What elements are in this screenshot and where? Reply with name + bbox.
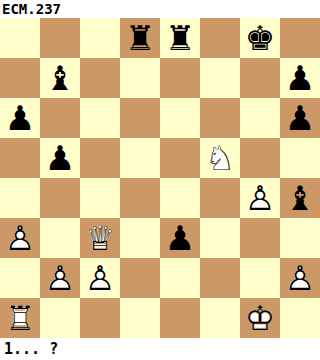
piece-black-bishop[interactable]: ♝ xyxy=(40,58,80,98)
square-c4[interactable] xyxy=(80,178,120,218)
square-d1[interactable] xyxy=(120,298,160,338)
square-h6[interactable]: ♟ xyxy=(280,98,320,138)
piece-white-pawn[interactable]: ♟♙ xyxy=(240,178,280,218)
piece-black-king[interactable]: ♚ xyxy=(240,18,280,58)
square-b7[interactable]: ♝ xyxy=(40,58,80,98)
square-a2[interactable] xyxy=(0,258,40,298)
piece-white-pawn[interactable]: ♟♙ xyxy=(0,218,40,258)
square-a6[interactable]: ♟ xyxy=(0,98,40,138)
square-d7[interactable] xyxy=(120,58,160,98)
piece-white-queen[interactable]: ♛♕ xyxy=(80,218,120,258)
piece-white-pawn[interactable]: ♟♙ xyxy=(280,258,320,298)
square-a1[interactable]: ♜♖ xyxy=(0,298,40,338)
square-f8[interactable] xyxy=(200,18,240,58)
piece-black-pawn[interactable]: ♟ xyxy=(40,138,80,178)
diagram-title: ECM.237 xyxy=(0,0,320,18)
square-e5[interactable] xyxy=(160,138,200,178)
square-d5[interactable] xyxy=(120,138,160,178)
square-b5[interactable]: ♟ xyxy=(40,138,80,178)
piece-black-rook[interactable]: ♜ xyxy=(160,18,200,58)
square-g5[interactable] xyxy=(240,138,280,178)
piece-black-rook[interactable]: ♜ xyxy=(120,18,160,58)
piece-black-pawn[interactable]: ♟ xyxy=(160,218,200,258)
piece-white-pawn[interactable]: ♟♙ xyxy=(80,258,120,298)
square-g1[interactable]: ♚♔ xyxy=(240,298,280,338)
square-d3[interactable] xyxy=(120,218,160,258)
square-c5[interactable] xyxy=(80,138,120,178)
piece-white-knight[interactable]: ♞♘ xyxy=(200,138,240,178)
square-b6[interactable] xyxy=(40,98,80,138)
square-b1[interactable] xyxy=(40,298,80,338)
square-d4[interactable] xyxy=(120,178,160,218)
square-f1[interactable] xyxy=(200,298,240,338)
square-e1[interactable] xyxy=(160,298,200,338)
square-g6[interactable] xyxy=(240,98,280,138)
piece-black-pawn[interactable]: ♟ xyxy=(280,58,320,98)
square-h8[interactable] xyxy=(280,18,320,58)
square-h7[interactable]: ♟ xyxy=(280,58,320,98)
square-h4[interactable]: ♝ xyxy=(280,178,320,218)
square-g4[interactable]: ♟♙ xyxy=(240,178,280,218)
square-e6[interactable] xyxy=(160,98,200,138)
piece-white-rook[interactable]: ♜♖ xyxy=(0,298,40,338)
square-f3[interactable] xyxy=(200,218,240,258)
square-a8[interactable] xyxy=(0,18,40,58)
square-c6[interactable] xyxy=(80,98,120,138)
move-prompt: 1... ? xyxy=(0,338,320,360)
piece-white-king[interactable]: ♚♔ xyxy=(240,298,280,338)
square-a3[interactable]: ♟♙ xyxy=(0,218,40,258)
piece-black-pawn[interactable]: ♟ xyxy=(0,98,40,138)
square-a5[interactable] xyxy=(0,138,40,178)
piece-black-bishop[interactable]: ♝ xyxy=(280,178,320,218)
square-b4[interactable] xyxy=(40,178,80,218)
square-g7[interactable] xyxy=(240,58,280,98)
square-c8[interactable] xyxy=(80,18,120,58)
square-h2[interactable]: ♟♙ xyxy=(280,258,320,298)
square-c1[interactable] xyxy=(80,298,120,338)
square-h5[interactable] xyxy=(280,138,320,178)
square-e8[interactable]: ♜ xyxy=(160,18,200,58)
square-h1[interactable] xyxy=(280,298,320,338)
chess-board: ♜♜♚♝♟♟♟♟♞♘♟♙♝♟♙♛♕♟♟♙♟♙♟♙♜♖♚♔ xyxy=(0,18,320,338)
square-e3[interactable]: ♟ xyxy=(160,218,200,258)
square-d8[interactable]: ♜ xyxy=(120,18,160,58)
square-e2[interactable] xyxy=(160,258,200,298)
square-f2[interactable] xyxy=(200,258,240,298)
square-f4[interactable] xyxy=(200,178,240,218)
square-b8[interactable] xyxy=(40,18,80,58)
piece-black-pawn[interactable]: ♟ xyxy=(280,98,320,138)
square-c3[interactable]: ♛♕ xyxy=(80,218,120,258)
square-g3[interactable] xyxy=(240,218,280,258)
square-d2[interactable] xyxy=(120,258,160,298)
square-b3[interactable] xyxy=(40,218,80,258)
square-f5[interactable]: ♞♘ xyxy=(200,138,240,178)
square-c2[interactable]: ♟♙ xyxy=(80,258,120,298)
piece-white-pawn[interactable]: ♟♙ xyxy=(40,258,80,298)
square-e7[interactable] xyxy=(160,58,200,98)
square-a4[interactable] xyxy=(0,178,40,218)
square-d6[interactable] xyxy=(120,98,160,138)
square-g2[interactable] xyxy=(240,258,280,298)
square-f6[interactable] xyxy=(200,98,240,138)
square-a7[interactable] xyxy=(0,58,40,98)
square-b2[interactable]: ♟♙ xyxy=(40,258,80,298)
chess-diagram-window: ECM.237 ♜♜♚♝♟♟♟♟♞♘♟♙♝♟♙♛♕♟♟♙♟♙♟♙♜♖♚♔ 1..… xyxy=(0,0,320,360)
square-f7[interactable] xyxy=(200,58,240,98)
square-c7[interactable] xyxy=(80,58,120,98)
square-e4[interactable] xyxy=(160,178,200,218)
square-h3[interactable] xyxy=(280,218,320,258)
square-g8[interactable]: ♚ xyxy=(240,18,280,58)
